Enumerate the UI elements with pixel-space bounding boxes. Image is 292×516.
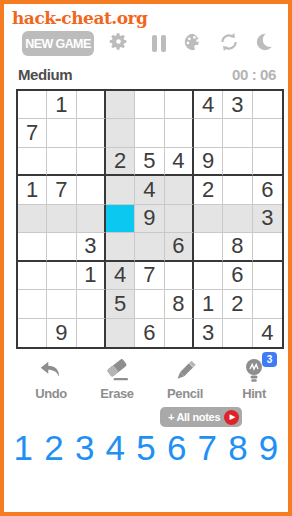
cell-r5c1[interactable] [18,205,47,233]
cell-r3c2[interactable] [47,148,76,176]
cell-r9c7[interactable]: 3 [194,319,223,347]
cell-r2c2[interactable] [47,119,76,147]
theme-button[interactable] [182,32,204,54]
all-notes-label: + All notes [168,411,220,423]
restart-icon [218,31,240,56]
cell-r9c8[interactable] [223,319,252,347]
all-notes-button[interactable]: + All notes ▶ [160,407,242,427]
numpad-3[interactable]: 3 [75,430,94,465]
settings-button[interactable] [107,32,129,54]
cell-r6c3[interactable]: 3 [77,233,106,261]
cell-r7c4[interactable]: 4 [106,262,135,290]
cell-r2c3[interactable] [77,119,106,147]
cell-r6c8[interactable]: 8 [223,233,252,261]
erase-label: Erase [85,386,149,401]
watermark: hack-cheat.org [12,8,147,28]
cell-r8c6[interactable]: 8 [165,290,194,318]
undo-button[interactable]: Undo [19,358,83,401]
numpad-4[interactable]: 4 [106,430,125,465]
cell-r2c5[interactable] [135,119,164,147]
numpad-9[interactable]: 9 [259,430,278,465]
cell-r6c1[interactable] [18,233,47,261]
cell-r2c6[interactable] [165,119,194,147]
cell-r3c1[interactable] [18,148,47,176]
numpad-1[interactable]: 1 [14,430,33,465]
play-icon: ▶ [224,410,239,425]
cell-r4c5[interactable]: 4 [135,176,164,204]
numpad-8[interactable]: 8 [228,430,247,465]
timer: 00 : 06 [232,66,276,83]
cell-r1c2[interactable]: 1 [47,91,76,119]
numpad-5[interactable]: 5 [136,430,155,465]
cell-r7c8[interactable]: 6 [223,262,252,290]
cell-r1c9[interactable] [253,91,282,119]
cell-r9c5[interactable]: 6 [135,319,164,347]
cell-r7c1[interactable] [18,262,47,290]
numpad: 123456789 [8,430,284,465]
cell-r9c1[interactable] [18,319,47,347]
cell-r4c1[interactable]: 1 [18,176,47,204]
cell-r8c5[interactable] [135,290,164,318]
cell-r4c9[interactable]: 6 [253,176,282,204]
cell-r9c6[interactable] [165,319,194,347]
hint-count-badge: 3 [262,352,277,367]
cell-r9c2[interactable]: 9 [47,319,76,347]
moon-icon [255,31,277,56]
sudoku-app: hack-cheat.org NEW GAME Medium 00 : 06 1… [0,0,292,516]
cell-r6c7[interactable] [194,233,223,261]
numpad-2[interactable]: 2 [44,430,63,465]
cell-r8c2[interactable] [47,290,76,318]
cell-r7c7[interactable] [194,262,223,290]
cell-r8c4[interactable]: 5 [106,290,135,318]
cell-r3c7[interactable]: 9 [194,148,223,176]
cell-r3c3[interactable] [77,148,106,176]
undo-label: Undo [19,386,83,401]
cell-r1c5[interactable] [135,91,164,119]
cell-r1c7[interactable]: 4 [194,91,223,119]
cell-r4c4[interactable] [106,176,135,204]
pencil-button[interactable]: Pencil [153,358,217,401]
cell-r6c9[interactable] [253,233,282,261]
cell-r5c4[interactable] [106,205,135,233]
cell-r1c8[interactable]: 3 [223,91,252,119]
cell-r1c4[interactable] [106,91,135,119]
difficulty-label: Medium [18,66,72,83]
cell-r8c9[interactable] [253,290,282,318]
numpad-6[interactable]: 6 [167,430,186,465]
palette-icon [182,31,204,56]
cell-r5c8[interactable] [223,205,252,233]
cell-r5c6[interactable] [165,205,194,233]
pause-button[interactable] [148,32,170,54]
cell-r3c5[interactable]: 5 [135,148,164,176]
cell-r6c2[interactable] [47,233,76,261]
restart-button[interactable] [218,32,240,54]
cell-r7c6[interactable] [165,262,194,290]
night-mode-button[interactable] [255,32,277,54]
cell-r4c6[interactable] [165,176,194,204]
cell-r7c9[interactable] [253,262,282,290]
cell-r8c8[interactable]: 2 [223,290,252,318]
cell-r1c1[interactable] [18,91,47,119]
pause-icon [152,35,166,52]
cell-r5c2[interactable] [47,205,76,233]
cell-r8c3[interactable] [77,290,106,318]
cell-r9c3[interactable] [77,319,106,347]
cell-r4c8[interactable] [223,176,252,204]
cell-r7c3[interactable]: 1 [77,262,106,290]
cell-r5c9[interactable]: 3 [253,205,282,233]
cell-r2c8[interactable] [223,119,252,147]
cell-r8c1[interactable] [18,290,47,318]
cell-r9c9[interactable]: 4 [253,319,282,347]
cell-r9c4[interactable] [106,319,135,347]
light-bulb-icon: 3 [239,358,269,384]
cell-r6c5[interactable] [135,233,164,261]
cell-r2c9[interactable] [253,119,282,147]
cell-r6c6[interactable]: 6 [165,233,194,261]
cell-r3c6[interactable]: 4 [165,148,194,176]
pencil-label: Pencil [153,386,217,401]
hint-label: Hint [222,386,286,401]
cell-r3c8[interactable] [223,148,252,176]
cell-r5c3[interactable] [77,205,106,233]
cell-r4c3[interactable] [77,176,106,204]
cell-r8c7[interactable]: 1 [194,290,223,318]
cell-r1c3[interactable] [77,91,106,119]
cell-r7c2[interactable] [47,262,76,290]
cell-r2c1[interactable]: 7 [18,119,47,147]
cell-r2c7[interactable] [194,119,223,147]
erase-button[interactable]: Erase [85,358,149,401]
sudoku-board: 143725491742693368147658129634 [16,89,284,349]
hint-button[interactable]: 3 Hint [222,358,286,401]
cell-r5c5[interactable]: 9 [135,205,164,233]
undo-arrow-icon [36,358,66,384]
eraser-icon [102,358,132,384]
cell-r3c9[interactable] [253,148,282,176]
numpad-7[interactable]: 7 [198,430,217,465]
cell-r1c6[interactable] [165,91,194,119]
cell-r4c2[interactable]: 7 [47,176,76,204]
cell-r3c4[interactable]: 2 [106,148,135,176]
pencil-icon [170,358,200,384]
cell-r6c4[interactable] [106,233,135,261]
cell-r4c7[interactable]: 2 [194,176,223,204]
cell-r7c5[interactable]: 7 [135,262,164,290]
cell-r5c7[interactable] [194,205,223,233]
new-game-button[interactable]: NEW GAME [22,31,94,56]
gear-icon [108,31,129,55]
cell-r2c4[interactable] [106,119,135,147]
